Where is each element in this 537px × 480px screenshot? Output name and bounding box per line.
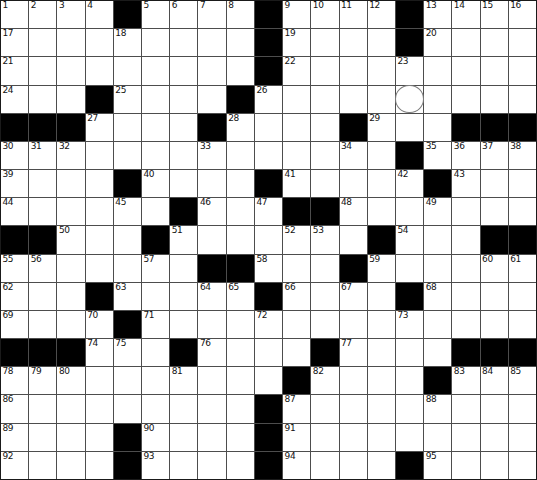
cell-r13c5[interactable]: 75 (114, 339, 141, 366)
cell-r16c17[interactable] (452, 424, 479, 451)
cell-r6c6[interactable] (142, 142, 169, 169)
cell-r8c4[interactable] (86, 198, 113, 225)
cell-r15c2[interactable] (29, 395, 56, 422)
cell-r3c1[interactable]: 21 (1, 57, 28, 84)
clue-number-23: 23 (397, 56, 408, 67)
clue-number-86: 86 (3, 394, 14, 405)
cell-r1c19[interactable]: 16 (509, 1, 536, 28)
cell-r1c4[interactable]: 4 (86, 1, 113, 28)
cell-r2c17[interactable] (452, 29, 479, 56)
cell-r6c2[interactable]: 31 (29, 142, 56, 169)
cell-r7c6[interactable]: 40 (142, 170, 169, 197)
cell-r16c2[interactable] (29, 424, 56, 451)
cell-r9c9[interactable] (227, 226, 254, 253)
cell-r10c3[interactable] (57, 255, 84, 282)
cell-r5c7[interactable] (170, 114, 197, 141)
cell-r6c4[interactable] (86, 142, 113, 169)
cell-r8c13[interactable]: 48 (340, 198, 367, 225)
cell-r17c16[interactable]: 95 (424, 452, 451, 479)
cell-r16c18[interactable] (481, 424, 508, 451)
clue-number-72: 72 (256, 310, 267, 321)
clue-number-19: 19 (285, 28, 296, 39)
cell-r11c16[interactable]: 68 (424, 283, 451, 310)
cell-r8c15[interactable] (396, 198, 423, 225)
cell-r10c16[interactable] (424, 255, 451, 282)
cell-r7c19[interactable] (509, 170, 536, 197)
clue-number-31: 31 (31, 141, 42, 152)
cell-r3c19[interactable] (509, 57, 536, 84)
cell-r5c16[interactable] (424, 114, 451, 141)
cell-r15c18[interactable] (481, 395, 508, 422)
cell-r15c8[interactable] (198, 395, 225, 422)
cell-r8c19[interactable] (509, 198, 536, 225)
cell-r4c11[interactable] (283, 86, 310, 113)
cell-r13c10[interactable] (255, 339, 282, 366)
cell-r13c16[interactable] (424, 339, 451, 366)
cell-r15c9[interactable] (227, 395, 254, 422)
cell-r1c2[interactable]: 2 (29, 1, 56, 28)
cell-r12c7[interactable] (170, 311, 197, 338)
cell-r16c14[interactable] (368, 424, 395, 451)
cell-r1c14[interactable]: 12 (368, 1, 395, 28)
cell-r4c8[interactable] (198, 86, 225, 113)
cell-r14c3[interactable]: 80 (57, 367, 84, 394)
cell-r14c15[interactable] (396, 367, 423, 394)
cell-r6c1[interactable]: 30 (1, 142, 28, 169)
cell-r15c17[interactable] (452, 395, 479, 422)
clue-number-93: 93 (144, 451, 155, 462)
cell-r11c18[interactable] (481, 283, 508, 310)
cell-r4c12[interactable] (311, 86, 338, 113)
cell-r2c7[interactable] (170, 29, 197, 56)
cell-r11c11[interactable]: 66 (283, 283, 310, 310)
cell-r7c7[interactable] (170, 170, 197, 197)
cell-r6c10[interactable] (255, 142, 282, 169)
cell-r6c19[interactable]: 38 (509, 142, 536, 169)
cell-r14c2[interactable]: 79 (29, 367, 56, 394)
cell-r5c9[interactable]: 28 (227, 114, 254, 141)
cell-r6c16[interactable]: 35 (424, 142, 451, 169)
clue-number-92: 92 (3, 451, 14, 462)
cell-r14c8[interactable] (198, 367, 225, 394)
cell-r10c17[interactable] (452, 255, 479, 282)
cell-r6c14[interactable] (368, 142, 395, 169)
cell-r8c9[interactable] (227, 198, 254, 225)
clue-number-94: 94 (285, 451, 296, 462)
cell-r16c15[interactable] (396, 424, 423, 451)
cell-r10c12[interactable] (311, 255, 338, 282)
cell-r11c1[interactable]: 62 (1, 283, 28, 310)
black-cell-r17c10 (255, 452, 282, 479)
cell-r11c7[interactable] (170, 283, 197, 310)
cell-r7c17[interactable]: 43 (452, 170, 479, 197)
cell-r10c7[interactable] (170, 255, 197, 282)
cell-r8c1[interactable]: 44 (1, 198, 28, 225)
cell-r14c10[interactable] (255, 367, 282, 394)
clue-number-57: 57 (144, 254, 155, 265)
cell-r2c13[interactable] (340, 29, 367, 56)
cell-r9c17[interactable] (452, 226, 479, 253)
cell-r7c11[interactable]: 41 (283, 170, 310, 197)
cell-r13c6[interactable] (142, 339, 169, 366)
cell-r14c18[interactable]: 84 (481, 367, 508, 394)
cell-r10c19[interactable]: 61 (509, 255, 536, 282)
cell-r1c17[interactable]: 14 (452, 1, 479, 28)
cell-r12c18[interactable] (481, 311, 508, 338)
cell-r14c1[interactable]: 78 (1, 367, 28, 394)
cell-r15c1[interactable]: 86 (1, 395, 28, 422)
cell-r2c16[interactable]: 20 (424, 29, 451, 56)
cell-r2c18[interactable] (481, 29, 508, 56)
clue-number-68: 68 (426, 282, 437, 293)
cell-r14c9[interactable] (227, 367, 254, 394)
cell-r12c17[interactable] (452, 311, 479, 338)
cell-r10c14[interactable]: 59 (368, 255, 395, 282)
cell-r12c14[interactable] (368, 311, 395, 338)
cell-r6c17[interactable]: 36 (452, 142, 479, 169)
cell-r2c1[interactable]: 17 (1, 29, 28, 56)
cell-r6c11[interactable] (283, 142, 310, 169)
cell-r14c5[interactable] (114, 367, 141, 394)
cell-r9c7[interactable]: 51 (170, 226, 197, 253)
cell-r10c4[interactable] (86, 255, 113, 282)
cell-r4c5[interactable]: 25 (114, 86, 141, 113)
cell-r16c19[interactable] (509, 424, 536, 451)
cell-r5c11[interactable] (283, 114, 310, 141)
cell-r9c10[interactable] (255, 226, 282, 253)
cell-r6c3[interactable]: 32 (57, 142, 84, 169)
cell-r17c4[interactable] (86, 452, 113, 479)
cell-r3c5[interactable] (114, 57, 141, 84)
cell-r7c8[interactable] (198, 170, 225, 197)
cell-r7c2[interactable] (29, 170, 56, 197)
cell-r9c16[interactable] (424, 226, 451, 253)
cell-r10c2[interactable]: 56 (29, 255, 56, 282)
cell-r16c8[interactable] (198, 424, 225, 451)
cell-r17c11[interactable]: 94 (283, 452, 310, 479)
cell-r14c6[interactable] (142, 367, 169, 394)
cell-r8c2[interactable] (29, 198, 56, 225)
cell-r5c10[interactable] (255, 114, 282, 141)
cell-r4c10[interactable]: 26 (255, 86, 282, 113)
cell-r8c3[interactable] (57, 198, 84, 225)
black-cell-r1c5 (114, 1, 141, 28)
cell-r9c4[interactable] (86, 226, 113, 253)
cell-r1c3[interactable]: 3 (57, 1, 84, 28)
cell-r14c14[interactable] (368, 367, 395, 394)
cell-r12c10[interactable]: 72 (255, 311, 282, 338)
cell-r11c9[interactable]: 65 (227, 283, 254, 310)
cell-r1c13[interactable]: 11 (340, 1, 367, 28)
cell-r16c12[interactable] (311, 424, 338, 451)
cell-r15c7[interactable] (170, 395, 197, 422)
cell-r13c15[interactable] (396, 339, 423, 366)
cell-r2c9[interactable] (227, 29, 254, 56)
cell-r4c13[interactable] (340, 86, 367, 113)
cell-r8c14[interactable] (368, 198, 395, 225)
cell-r6c12[interactable] (311, 142, 338, 169)
cell-r1c6[interactable]: 5 (142, 1, 169, 28)
cell-r8c10[interactable]: 47 (255, 198, 282, 225)
cell-r12c2[interactable] (29, 311, 56, 338)
black-cell-r11c4 (86, 283, 113, 310)
clue-number-24: 24 (3, 85, 14, 96)
cell-r2c2[interactable] (29, 29, 56, 56)
cell-r1c9[interactable]: 8 (227, 1, 254, 28)
cell-r15c13[interactable] (340, 395, 367, 422)
cell-r9c12[interactable]: 53 (311, 226, 338, 253)
cell-r12c13[interactable] (340, 311, 367, 338)
cell-r8c6[interactable] (142, 198, 169, 225)
black-cell-r5c3 (57, 114, 84, 141)
cell-r7c15[interactable]: 42 (396, 170, 423, 197)
cell-r1c11[interactable]: 9 (283, 1, 310, 28)
cell-r10c18[interactable]: 60 (481, 255, 508, 282)
cell-r17c7[interactable] (170, 452, 197, 479)
cell-r13c4[interactable]: 74 (86, 339, 113, 366)
cell-r4c7[interactable] (170, 86, 197, 113)
cell-r11c8[interactable]: 64 (198, 283, 225, 310)
cell-r12c1[interactable]: 69 (1, 311, 28, 338)
cell-r9c3[interactable]: 50 (57, 226, 84, 253)
cell-r17c2[interactable] (29, 452, 56, 479)
cell-r11c2[interactable] (29, 283, 56, 310)
cell-r17c1[interactable]: 92 (1, 452, 28, 479)
cell-r4c18[interactable] (481, 86, 508, 113)
black-cell-r7c5 (114, 170, 141, 197)
cell-r6c18[interactable]: 37 (481, 142, 508, 169)
cell-r7c12[interactable] (311, 170, 338, 197)
cell-r16c11[interactable]: 91 (283, 424, 310, 451)
cell-r15c19[interactable] (509, 395, 536, 422)
clue-number-47: 47 (256, 197, 267, 208)
cell-r4c6[interactable] (142, 86, 169, 113)
cell-r2c8[interactable] (198, 29, 225, 56)
cell-r11c6[interactable] (142, 283, 169, 310)
cell-r14c4[interactable] (86, 367, 113, 394)
cell-r16c9[interactable] (227, 424, 254, 451)
cell-r10c15[interactable] (396, 255, 423, 282)
cell-r13c13[interactable]: 77 (340, 339, 367, 366)
cell-r5c12[interactable] (311, 114, 338, 141)
cell-r16c7[interactable] (170, 424, 197, 451)
cell-r7c13[interactable] (340, 170, 367, 197)
cell-r12c19[interactable] (509, 311, 536, 338)
cell-r12c16[interactable] (424, 311, 451, 338)
cell-r13c14[interactable] (368, 339, 395, 366)
cell-r2c6[interactable] (142, 29, 169, 56)
cell-r4c17[interactable] (452, 86, 479, 113)
cell-r15c5[interactable] (114, 395, 141, 422)
cell-r17c12[interactable] (311, 452, 338, 479)
cell-r14c19[interactable]: 85 (509, 367, 536, 394)
cell-r13c9[interactable] (227, 339, 254, 366)
cell-r7c18[interactable] (481, 170, 508, 197)
cell-r8c18[interactable] (481, 198, 508, 225)
cell-r16c1[interactable]: 89 (1, 424, 28, 451)
cell-r14c13[interactable] (340, 367, 367, 394)
cell-r3c2[interactable] (29, 57, 56, 84)
cell-r3c12[interactable] (311, 57, 338, 84)
cell-r17c13[interactable] (340, 452, 367, 479)
clue-number-8: 8 (228, 0, 233, 11)
cell-r12c9[interactable] (227, 311, 254, 338)
cell-r3c17[interactable] (452, 57, 479, 84)
cell-r17c14[interactable] (368, 452, 395, 479)
cell-r7c4[interactable] (86, 170, 113, 197)
cell-r8c16[interactable]: 49 (424, 198, 451, 225)
cell-r8c5[interactable]: 45 (114, 198, 141, 225)
cell-r16c16[interactable] (424, 424, 451, 451)
cell-r12c12[interactable] (311, 311, 338, 338)
cell-r15c16[interactable]: 88 (424, 395, 451, 422)
cell-r12c4[interactable]: 70 (86, 311, 113, 338)
cell-r16c4[interactable] (86, 424, 113, 451)
clue-number-15: 15 (482, 0, 493, 11)
cell-r5c15[interactable] (396, 114, 423, 141)
cell-r13c8[interactable]: 76 (198, 339, 225, 366)
cell-r2c11[interactable]: 19 (283, 29, 310, 56)
cell-r2c12[interactable] (311, 29, 338, 56)
cell-r15c3[interactable] (57, 395, 84, 422)
cell-r15c14[interactable] (368, 395, 395, 422)
cell-r1c1[interactable]: 1 (1, 1, 28, 28)
cell-r2c5[interactable]: 18 (114, 29, 141, 56)
cell-r10c10[interactable]: 58 (255, 255, 282, 282)
cell-r11c13[interactable]: 67 (340, 283, 367, 310)
cell-r3c4[interactable] (86, 57, 113, 84)
cell-r8c8[interactable]: 46 (198, 198, 225, 225)
cell-r9c8[interactable] (198, 226, 225, 253)
cell-r17c9[interactable] (227, 452, 254, 479)
cell-r10c11[interactable] (283, 255, 310, 282)
cell-r12c3[interactable] (57, 311, 84, 338)
cell-r11c5[interactable]: 63 (114, 283, 141, 310)
cell-r5c6[interactable] (142, 114, 169, 141)
cell-r9c11[interactable]: 52 (283, 226, 310, 253)
cell-r16c3[interactable] (57, 424, 84, 451)
cell-r4c2[interactable] (29, 86, 56, 113)
cell-r14c17[interactable]: 83 (452, 367, 479, 394)
cell-r12c15[interactable]: 73 (396, 311, 423, 338)
cell-r6c13[interactable]: 34 (340, 142, 367, 169)
cell-r3c7[interactable] (170, 57, 197, 84)
cell-r1c7[interactable]: 6 (170, 1, 197, 28)
cell-r15c11[interactable]: 87 (283, 395, 310, 422)
cell-r5c4[interactable]: 27 (86, 114, 113, 141)
cell-r5c14[interactable]: 29 (368, 114, 395, 141)
cell-r15c15[interactable] (396, 395, 423, 422)
clue-number-85: 85 (510, 366, 521, 377)
cell-r3c15[interactable]: 23 (396, 57, 423, 84)
cell-r1c8[interactable]: 7 (198, 1, 225, 28)
cell-r2c4[interactable] (86, 29, 113, 56)
cell-r16c6[interactable]: 90 (142, 424, 169, 451)
clue-number-58: 58 (256, 254, 267, 265)
cell-r4c3[interactable] (57, 86, 84, 113)
cell-r6c7[interactable] (170, 142, 197, 169)
cell-r11c17[interactable] (452, 283, 479, 310)
cell-r6c5[interactable] (114, 142, 141, 169)
cell-r15c12[interactable] (311, 395, 338, 422)
cell-r7c3[interactable] (57, 170, 84, 197)
cell-r9c15[interactable]: 54 (396, 226, 423, 253)
cell-r12c8[interactable] (198, 311, 225, 338)
cell-r4c1[interactable]: 24 (1, 86, 28, 113)
cell-r12c6[interactable]: 71 (142, 311, 169, 338)
cell-r17c18[interactable] (481, 452, 508, 479)
cell-r3c14[interactable] (368, 57, 395, 84)
cell-r17c19[interactable] (509, 452, 536, 479)
cell-r3c6[interactable] (142, 57, 169, 84)
cell-r5c5[interactable] (114, 114, 141, 141)
cell-r17c17[interactable] (452, 452, 479, 479)
cell-r4c19[interactable] (509, 86, 536, 113)
cell-r4c14[interactable] (368, 86, 395, 113)
cell-r10c1[interactable]: 55 (1, 255, 28, 282)
cell-r11c12[interactable] (311, 283, 338, 310)
cell-r1c18[interactable]: 15 (481, 1, 508, 28)
cell-r8c17[interactable] (452, 198, 479, 225)
cell-r3c13[interactable] (340, 57, 367, 84)
cell-r17c8[interactable] (198, 452, 225, 479)
clue-number-40: 40 (144, 169, 155, 180)
cell-r3c18[interactable] (481, 57, 508, 84)
cell-r15c6[interactable] (142, 395, 169, 422)
cell-r1c12[interactable]: 10 (311, 1, 338, 28)
cell-r11c19[interactable] (509, 283, 536, 310)
cell-r11c3[interactable] (57, 283, 84, 310)
cell-r3c11[interactable]: 22 (283, 57, 310, 84)
cell-r16c13[interactable] (340, 424, 367, 451)
cell-r4c15[interactable] (396, 86, 423, 113)
cell-r7c14[interactable] (368, 170, 395, 197)
clue-number-22: 22 (285, 56, 296, 67)
cell-r3c3[interactable] (57, 57, 84, 84)
cell-r1c16[interactable]: 13 (424, 1, 451, 28)
cell-r11c14[interactable] (368, 283, 395, 310)
cell-r9c13[interactable] (340, 226, 367, 253)
cell-r15c4[interactable] (86, 395, 113, 422)
cell-r7c1[interactable]: 39 (1, 170, 28, 197)
cell-r4c16[interactable] (424, 86, 451, 113)
black-cell-r8c11 (283, 198, 310, 225)
cell-r2c14[interactable] (368, 29, 395, 56)
cell-r2c3[interactable] (57, 29, 84, 56)
cell-r7c9[interactable] (227, 170, 254, 197)
cell-r6c9[interactable] (227, 142, 254, 169)
clue-number-83: 83 (454, 366, 465, 377)
cell-r6c8[interactable]: 33 (198, 142, 225, 169)
clue-number-5: 5 (144, 0, 149, 11)
cell-r2c19[interactable] (509, 29, 536, 56)
cell-r12c11[interactable] (283, 311, 310, 338)
cell-r10c5[interactable] (114, 255, 141, 282)
cell-r14c7[interactable]: 81 (170, 367, 197, 394)
cell-r10c6[interactable]: 57 (142, 255, 169, 282)
cell-r3c9[interactable] (227, 57, 254, 84)
clue-number-66: 66 (285, 282, 296, 293)
cell-r17c6[interactable]: 93 (142, 452, 169, 479)
cell-r3c16[interactable] (424, 57, 451, 84)
cell-r14c12[interactable]: 82 (311, 367, 338, 394)
cell-r3c8[interactable] (198, 57, 225, 84)
clue-number-48: 48 (341, 197, 352, 208)
cell-r9c5[interactable] (114, 226, 141, 253)
black-cell-r10c9 (227, 255, 254, 282)
cell-r17c3[interactable] (57, 452, 84, 479)
cell-r13c11[interactable] (283, 339, 310, 366)
